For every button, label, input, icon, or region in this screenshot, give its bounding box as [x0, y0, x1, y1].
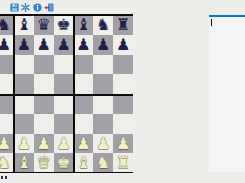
- piece-white-pawn[interactable]: ♟: [113, 134, 133, 154]
- square-e6[interactable]: [54, 55, 74, 75]
- square-c4[interactable]: [14, 94, 34, 114]
- board-gridline-middle: [0, 94, 133, 96]
- text-cursor: [211, 19, 213, 26]
- square-g8[interactable]: ♞: [93, 15, 113, 35]
- square-h7[interactable]: ♟: [113, 35, 133, 55]
- square-f3[interactable]: [73, 114, 93, 134]
- info-icon[interactable]: [33, 3, 42, 12]
- toolbar: [0, 0, 245, 14]
- square-c1[interactable]: ♝: [14, 153, 34, 173]
- piece-white-bishop[interactable]: ♝: [14, 153, 34, 173]
- square-b8[interactable]: ♞: [0, 15, 14, 35]
- square-b5[interactable]: [0, 74, 14, 94]
- square-g7[interactable]: ♟: [93, 35, 113, 55]
- square-h5[interactable]: [113, 74, 133, 94]
- piece-white-pawn[interactable]: ♟: [14, 134, 34, 154]
- piece-black-pawn[interactable]: ♟: [113, 35, 133, 55]
- square-f5[interactable]: [73, 74, 93, 94]
- piece-black-pawn[interactable]: ♟: [93, 35, 113, 55]
- square-h1[interactable]: ♜: [113, 153, 133, 173]
- square-d2[interactable]: ♟: [34, 134, 54, 154]
- piece-white-pawn[interactable]: ♟: [54, 134, 74, 154]
- square-f4[interactable]: [73, 94, 93, 114]
- exit-icon[interactable]: [44, 3, 54, 12]
- chess-app-window: ♞♝♛♚♝♞♜♟♟♟♟♟♟♟♟♟♟♟♟♟♟♞♝♛♚♝♞♜: [0, 0, 245, 183]
- square-e7[interactable]: ♟: [54, 35, 74, 55]
- board-gridline-vertical-ef: [73, 14, 75, 173]
- square-b2[interactable]: ♟: [0, 134, 14, 154]
- cropped-glyph-dots: [1, 176, 9, 180]
- piece-white-pawn[interactable]: ♟: [0, 134, 14, 154]
- piece-white-knight[interactable]: ♞: [93, 153, 113, 173]
- snowflake-icon[interactable]: [21, 3, 30, 12]
- square-c2[interactable]: ♟: [14, 134, 34, 154]
- square-e5[interactable]: [54, 74, 74, 94]
- piece-black-pawn[interactable]: ♟: [73, 35, 93, 55]
- square-e1[interactable]: ♚: [54, 153, 74, 173]
- square-d8[interactable]: ♛: [34, 15, 54, 35]
- square-d4[interactable]: [34, 94, 54, 114]
- piece-black-bishop[interactable]: ♝: [14, 15, 34, 35]
- piece-black-pawn[interactable]: ♟: [54, 35, 74, 55]
- square-g1[interactable]: ♞: [93, 153, 113, 173]
- square-d1[interactable]: ♛: [34, 153, 54, 173]
- piece-black-queen[interactable]: ♛: [34, 15, 54, 35]
- board-border-bottom: [0, 172, 133, 173]
- piece-black-pawn[interactable]: ♟: [14, 35, 34, 55]
- piece-black-bishop[interactable]: ♝: [73, 15, 93, 35]
- piece-white-pawn[interactable]: ♟: [34, 134, 54, 154]
- square-g2[interactable]: ♟: [93, 134, 113, 154]
- piece-white-pawn[interactable]: ♟: [93, 134, 113, 154]
- board-gridline-vertical-bc: [13, 14, 15, 173]
- piece-black-rook[interactable]: ♜: [113, 15, 133, 35]
- piece-white-pawn[interactable]: ♟: [73, 134, 93, 154]
- board-border-top: [0, 14, 133, 16]
- piece-white-king[interactable]: ♚: [54, 153, 74, 173]
- square-g4[interactable]: [93, 94, 113, 114]
- square-h2[interactable]: ♟: [113, 134, 133, 154]
- piece-white-queen[interactable]: ♛: [34, 153, 54, 173]
- square-h6[interactable]: [113, 55, 133, 75]
- piece-black-king[interactable]: ♚: [54, 15, 74, 35]
- square-d5[interactable]: [34, 74, 54, 94]
- square-c6[interactable]: [14, 55, 34, 75]
- square-f8[interactable]: ♝: [73, 15, 93, 35]
- square-d6[interactable]: [34, 55, 54, 75]
- square-f1[interactable]: ♝: [73, 153, 93, 173]
- square-c5[interactable]: [14, 74, 34, 94]
- save-icon[interactable]: [10, 3, 19, 12]
- square-c8[interactable]: ♝: [14, 15, 34, 35]
- square-b4[interactable]: [0, 94, 14, 114]
- square-h8[interactable]: ♜: [113, 15, 133, 35]
- square-g3[interactable]: [93, 114, 113, 134]
- square-e4[interactable]: [54, 94, 74, 114]
- square-g6[interactable]: [93, 55, 113, 75]
- square-c7[interactable]: ♟: [14, 35, 34, 55]
- square-f2[interactable]: ♟: [73, 134, 93, 154]
- square-b3[interactable]: [0, 114, 14, 134]
- piece-white-rook[interactable]: ♜: [113, 153, 133, 173]
- square-f6[interactable]: [73, 55, 93, 75]
- square-g5[interactable]: [93, 74, 113, 94]
- square-h4[interactable]: [113, 94, 133, 114]
- square-b7[interactable]: ♟: [0, 35, 14, 55]
- piece-black-knight[interactable]: ♞: [0, 15, 14, 35]
- square-d3[interactable]: [34, 114, 54, 134]
- piece-white-bishop[interactable]: ♝: [73, 153, 93, 173]
- notation-panel[interactable]: [209, 15, 245, 172]
- piece-black-knight[interactable]: ♞: [93, 15, 113, 35]
- piece-white-knight[interactable]: ♞: [0, 153, 14, 173]
- square-e3[interactable]: [54, 114, 74, 134]
- square-d7[interactable]: ♟: [34, 35, 54, 55]
- square-e8[interactable]: ♚: [54, 15, 74, 35]
- square-f7[interactable]: ♟: [73, 35, 93, 55]
- square-b6[interactable]: [0, 55, 14, 75]
- square-b1[interactable]: ♞: [0, 153, 14, 173]
- square-c3[interactable]: [14, 114, 34, 134]
- square-e2[interactable]: ♟: [54, 134, 74, 154]
- square-h3[interactable]: [113, 114, 133, 134]
- piece-black-pawn[interactable]: ♟: [34, 35, 54, 55]
- piece-black-pawn[interactable]: ♟: [0, 35, 14, 55]
